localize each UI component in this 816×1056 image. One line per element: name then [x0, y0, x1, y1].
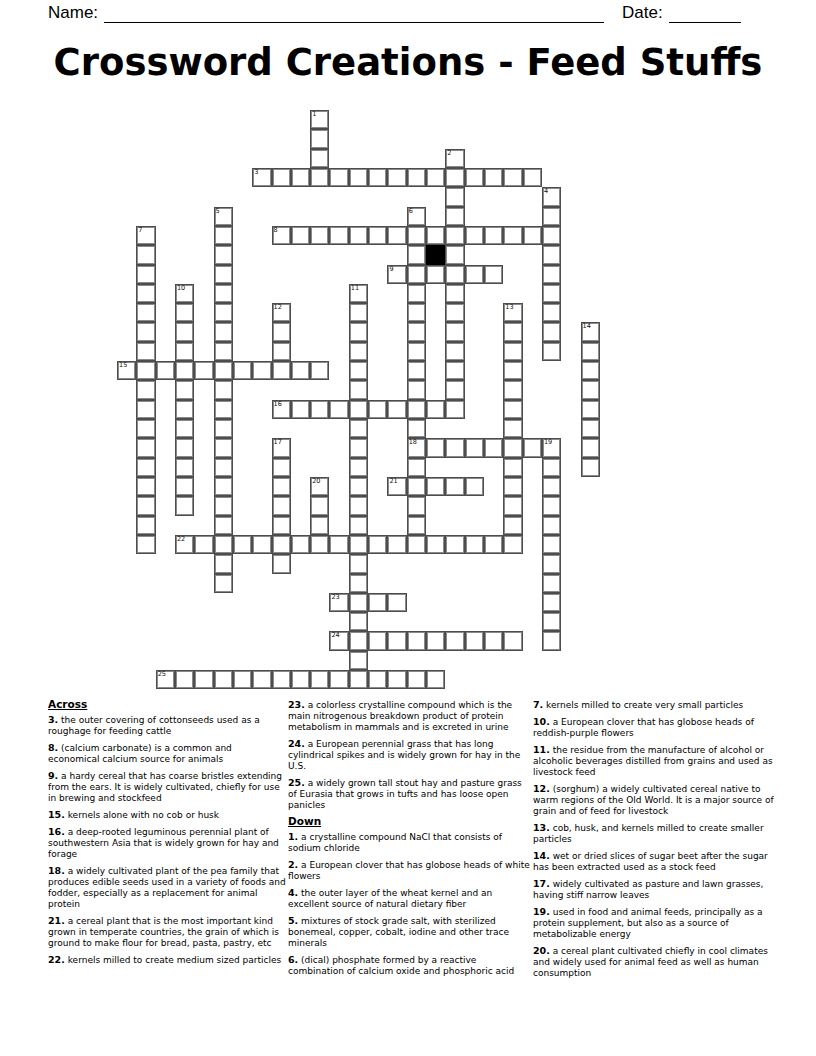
grid-cell-r25c14[interactable] — [387, 593, 406, 612]
grid-cell-r19c3[interactable] — [175, 477, 194, 496]
grid-cell-r16c24[interactable] — [581, 419, 600, 438]
grid-cell-r3c12[interactable] — [349, 168, 368, 187]
grid-cell-r23c22[interactable] — [542, 554, 561, 573]
grid-cell-r17c17[interactable] — [445, 438, 464, 457]
cell-number-5: 5 — [216, 208, 220, 215]
grid-cell-r5c5[interactable]: 5 — [214, 207, 233, 226]
grid-cell-r18c12[interactable] — [349, 458, 368, 477]
grid-cell-r29c9[interactable] — [291, 670, 310, 689]
grid-cell-r15c14[interactable] — [387, 400, 406, 419]
grid-cell-r6c13[interactable] — [368, 226, 387, 245]
grid-cell-r21c1[interactable] — [136, 516, 155, 535]
grid-cell-r17c18[interactable] — [465, 438, 484, 457]
grid-cell-r13c15[interactable] — [407, 361, 426, 380]
grid-cell-r12c8[interactable] — [272, 342, 291, 361]
grid-cell-r27c15[interactable] — [407, 631, 426, 650]
grid-cell-r19c12[interactable] — [349, 477, 368, 496]
grid-cell-r27c13[interactable] — [368, 631, 387, 650]
grid-cell-r28c12[interactable] — [349, 651, 368, 670]
grid-cell-r12c12[interactable] — [349, 342, 368, 361]
grid-cell-r21c22[interactable] — [542, 516, 561, 535]
grid-cell-r2c10[interactable] — [310, 149, 329, 168]
grid-cell-r16c3[interactable] — [175, 419, 194, 438]
grid-cell-r17c20[interactable] — [503, 438, 522, 457]
grid-cell-r1c10[interactable] — [310, 129, 329, 148]
grid-cell-r8c22[interactable] — [542, 265, 561, 284]
grid-cell-r29c3[interactable] — [175, 670, 194, 689]
grid-cell-r12c15[interactable] — [407, 342, 426, 361]
grid-cell-r4c17[interactable] — [445, 187, 464, 206]
grid-cell-r19c1[interactable] — [136, 477, 155, 496]
grid-cell-r16c1[interactable] — [136, 419, 155, 438]
grid-cell-r22c18[interactable] — [465, 535, 484, 554]
grid-cell-r29c10[interactable] — [310, 670, 329, 689]
cell-number-18: 18 — [409, 439, 417, 446]
grid-cell-r6c8[interactable]: 8 — [272, 226, 291, 245]
grid-cell-r17c19[interactable] — [484, 438, 503, 457]
grid-cell-r27c18[interactable] — [465, 631, 484, 650]
grid-cell-r11c15[interactable] — [407, 322, 426, 341]
grid-cell-r10c5[interactable] — [214, 303, 233, 322]
grid-cell-r23c12[interactable] — [349, 554, 368, 573]
grid-cell-r25c12[interactable] — [349, 593, 368, 612]
grid-cell-r15c24[interactable] — [581, 400, 600, 419]
grid-cell-r27c12[interactable] — [349, 631, 368, 650]
grid-cell-r7c1[interactable] — [136, 245, 155, 264]
grid-cell-r24c22[interactable] — [542, 574, 561, 593]
grid-cell-r13c10[interactable] — [310, 361, 329, 380]
name-label: Name: — [48, 3, 98, 23]
clue-across-8: 8. (calcium carbonate) is a common and e… — [48, 742, 286, 765]
grid-cell-r27c22[interactable] — [542, 631, 561, 650]
grid-cell-r17c15[interactable]: 18 — [407, 438, 426, 457]
grid-cell-r22c19[interactable] — [484, 535, 503, 554]
grid-cell-r3c14[interactable] — [387, 168, 406, 187]
grid-cell-r8c16[interactable] — [426, 265, 445, 284]
grid-cell-r18c20[interactable] — [503, 458, 522, 477]
grid-cell-r21c15[interactable] — [407, 516, 426, 535]
grid-cell-r8c17[interactable] — [445, 265, 464, 284]
grid-cell-r14c5[interactable] — [214, 380, 233, 399]
grid-cell-r22c8[interactable] — [272, 535, 291, 554]
grid-cell-r22c6[interactable] — [233, 535, 252, 554]
grid-cell-r23c8[interactable] — [272, 554, 291, 573]
grid-cell-r17c3[interactable] — [175, 438, 194, 457]
clue-down-20: 20. a cereal plant cultivated chiefly in… — [533, 945, 778, 979]
cell-number-16: 16 — [274, 401, 282, 408]
grid-cell-r6c9[interactable] — [291, 226, 310, 245]
grid-cell-r25c11[interactable]: 23 — [329, 593, 348, 612]
grid-cell-r22c10[interactable] — [310, 535, 329, 554]
grid-cell-r19c15[interactable] — [407, 477, 426, 496]
grid-cell-r14c24[interactable] — [581, 380, 600, 399]
grid-cell-r16c12[interactable] — [349, 419, 368, 438]
grid-cell-r6c19[interactable] — [484, 226, 503, 245]
grid-cell-r12c20[interactable] — [503, 342, 522, 361]
cell-number-6: 6 — [409, 208, 413, 215]
cell-number-1: 1 — [312, 111, 316, 118]
grid-cell-r18c15[interactable] — [407, 458, 426, 477]
grid-cell-r14c3[interactable] — [175, 380, 194, 399]
grid-cell-r10c8[interactable]: 12 — [272, 303, 291, 322]
grid-cell-r13c9[interactable] — [291, 361, 310, 380]
grid-cell-r5c17[interactable] — [445, 207, 464, 226]
grid-cell-r11c8[interactable] — [272, 322, 291, 341]
grid-cell-r14c20[interactable] — [503, 380, 522, 399]
grid-cell-r22c20[interactable] — [503, 535, 522, 554]
grid-cell-r4c22[interactable]: 4 — [542, 187, 561, 206]
grid-cell-r29c8[interactable] — [272, 670, 291, 689]
grid-cell-r10c17[interactable] — [445, 303, 464, 322]
grid-cell-r7c15[interactable] — [407, 245, 426, 264]
clue-down-5: 5. mixtures of stock grade salt, with st… — [288, 915, 530, 949]
grid-cell-r29c7[interactable] — [252, 670, 271, 689]
grid-cell-r6c21[interactable] — [523, 226, 542, 245]
grid-cell-r14c17[interactable] — [445, 380, 464, 399]
grid-cell-r21c5[interactable] — [214, 516, 233, 535]
grid-cell-r13c5[interactable] — [214, 361, 233, 380]
grid-cell-r19c22[interactable] — [542, 477, 561, 496]
grid-cell-r27c19[interactable] — [484, 631, 503, 650]
grid-cell-r19c5[interactable] — [214, 477, 233, 496]
grid-cell-r22c3[interactable]: 22 — [175, 535, 194, 554]
grid-cell-r8c18[interactable] — [465, 265, 484, 284]
grid-cell-r15c1[interactable] — [136, 400, 155, 419]
grid-cell-r14c12[interactable] — [349, 380, 368, 399]
grid-cell-r18c8[interactable] — [272, 458, 291, 477]
grid-cell-r29c16[interactable] — [426, 670, 445, 689]
grid-cell-r25c13[interactable] — [368, 593, 387, 612]
grid-cell-r27c14[interactable] — [387, 631, 406, 650]
grid-cell-r5c15[interactable]: 6 — [407, 207, 426, 226]
grid-cell-r22c16[interactable] — [426, 535, 445, 554]
grid-cell-r13c8[interactable] — [272, 361, 291, 380]
grid-cell-r12c3[interactable] — [175, 342, 194, 361]
grid-cell-r19c20[interactable] — [503, 477, 522, 496]
grid-cell-r6c18[interactable] — [465, 226, 484, 245]
grid-cell-r3c16[interactable] — [426, 168, 445, 187]
grid-cell-r13c1[interactable] — [136, 361, 155, 380]
grid-cell-r29c4[interactable] — [194, 670, 213, 689]
grid-cell-r25c22[interactable] — [542, 593, 561, 612]
grid-cell-r27c16[interactable] — [426, 631, 445, 650]
grid-cell-r29c13[interactable] — [368, 670, 387, 689]
clue-across-9: 9. a hardy cereal that has coarse bristl… — [48, 770, 286, 804]
grid-cell-r6c12[interactable] — [349, 226, 368, 245]
grid-cell-r16c15[interactable] — [407, 419, 426, 438]
grid-cell-r10c12[interactable] — [349, 303, 368, 322]
grid-cell-r10c15[interactable] — [407, 303, 426, 322]
grid-cell-r22c17[interactable] — [445, 535, 464, 554]
grid-cell-r20c12[interactable] — [349, 496, 368, 515]
grid-cell-r14c15[interactable] — [407, 380, 426, 399]
grid-cell-r11c5[interactable] — [214, 322, 233, 341]
grid-cell-r5c22[interactable] — [542, 207, 561, 226]
grid-cell-r6c15[interactable] — [407, 226, 426, 245]
grid-cell-r7c17[interactable] — [445, 245, 464, 264]
date-label: Date: — [622, 3, 663, 23]
grid-cell-r19c16[interactable] — [426, 477, 445, 496]
grid-cell-r6c16[interactable] — [426, 226, 445, 245]
grid-cell-r11c1[interactable] — [136, 322, 155, 341]
grid-cell-r15c9[interactable] — [291, 400, 310, 419]
date-input-line[interactable] — [669, 4, 741, 23]
grid-cell-r15c17[interactable] — [445, 400, 464, 419]
grid-cell-r9c3[interactable]: 10 — [175, 284, 194, 303]
grid-cell-r8c15[interactable] — [407, 265, 426, 284]
grid-cell-r15c8[interactable]: 16 — [272, 400, 291, 419]
grid-cell-r27c17[interactable] — [445, 631, 464, 650]
cell-number-23: 23 — [331, 594, 339, 601]
grid-cell-r23c5[interactable] — [214, 554, 233, 573]
black-cell — [426, 245, 445, 264]
cell-number-3: 3 — [254, 169, 258, 176]
grid-cell-r22c5[interactable] — [214, 535, 233, 554]
grid-cell-r20c20[interactable] — [503, 496, 522, 515]
crossword-grid: 1234567891011121314151617181920212223242… — [117, 110, 600, 690]
grid-cell-r17c1[interactable] — [136, 438, 155, 457]
grid-cell-r22c14[interactable] — [387, 535, 406, 554]
grid-cell-r10c1[interactable] — [136, 303, 155, 322]
grid-cell-r6c5[interactable] — [214, 226, 233, 245]
grid-cell-r21c12[interactable] — [349, 516, 368, 535]
grid-cell-r27c11[interactable]: 24 — [329, 631, 348, 650]
grid-cell-r6c10[interactable] — [310, 226, 329, 245]
grid-cell-r16c20[interactable] — [503, 419, 522, 438]
clue-down-4: 4. the outer layer of the wheat kernel a… — [288, 887, 530, 910]
clue-down-2: 2. a European clover that has globose he… — [288, 859, 530, 882]
grid-cell-r7c5[interactable] — [214, 245, 233, 264]
grid-cell-r17c22[interactable]: 19 — [542, 438, 561, 457]
grid-cell-r11c12[interactable] — [349, 322, 368, 341]
grid-cell-r3c17[interactable] — [445, 168, 464, 187]
grid-cell-r20c5[interactable] — [214, 496, 233, 515]
cell-number-4: 4 — [544, 188, 548, 195]
grid-cell-r17c12[interactable] — [349, 438, 368, 457]
grid-cell-r21c10[interactable] — [310, 516, 329, 535]
grid-cell-r6c14[interactable] — [387, 226, 406, 245]
grid-cell-r12c17[interactable] — [445, 342, 464, 361]
cell-number-19: 19 — [544, 439, 552, 446]
grid-cell-r15c5[interactable] — [214, 400, 233, 419]
grid-cell-r3c21[interactable] — [523, 168, 542, 187]
clue-down-10: 10. a European clover that has globose h… — [533, 716, 778, 739]
grid-cell-r29c2[interactable]: 25 — [156, 670, 175, 689]
cell-number-7: 7 — [138, 227, 142, 234]
grid-cell-r13c24[interactable] — [581, 361, 600, 380]
grid-cell-r13c4[interactable] — [194, 361, 213, 380]
cell-number-11: 11 — [351, 285, 359, 292]
grid-cell-r20c8[interactable] — [272, 496, 291, 515]
grid-cell-r3c8[interactable] — [272, 168, 291, 187]
grid-cell-r22c15[interactable] — [407, 535, 426, 554]
grid-cell-r8c19[interactable] — [484, 265, 503, 284]
grid-cell-r10c20[interactable]: 13 — [503, 303, 522, 322]
grid-cell-r20c3[interactable] — [175, 496, 194, 515]
grid-cell-r29c14[interactable] — [387, 670, 406, 689]
grid-cell-r15c11[interactable] — [329, 400, 348, 419]
clue-down-14: 14. wet or dried slices of sugar beet af… — [533, 850, 778, 873]
grid-cell-r8c1[interactable] — [136, 265, 155, 284]
grid-cell-r11c22[interactable] — [542, 322, 561, 341]
grid-cell-r2c17[interactable]: 2 — [445, 149, 464, 168]
grid-cell-r15c16[interactable] — [426, 400, 445, 419]
grid-cell-r27c20[interactable] — [503, 631, 522, 650]
grid-cell-r12c5[interactable] — [214, 342, 233, 361]
grid-cell-r18c22[interactable] — [542, 458, 561, 477]
grid-cell-r15c13[interactable] — [368, 400, 387, 419]
grid-cell-r29c11[interactable] — [329, 670, 348, 689]
grid-cell-r11c20[interactable] — [503, 322, 522, 341]
grid-cell-r9c1[interactable] — [136, 284, 155, 303]
down-header: Down — [288, 816, 530, 827]
grid-cell-r13c3[interactable] — [175, 361, 194, 380]
cell-number-25: 25 — [158, 671, 166, 678]
grid-cell-r29c12[interactable] — [349, 670, 368, 689]
grid-cell-r26c22[interactable] — [542, 612, 561, 631]
grid-cell-r12c1[interactable] — [136, 342, 155, 361]
grid-cell-r14c1[interactable] — [136, 380, 155, 399]
grid-cell-r6c1[interactable]: 7 — [136, 226, 155, 245]
grid-cell-r10c3[interactable] — [175, 303, 194, 322]
grid-cell-r20c10[interactable] — [310, 496, 329, 515]
grid-cell-r3c19[interactable] — [484, 168, 503, 187]
clue-column-right: 7. kernels milled to create very small p… — [533, 699, 778, 984]
grid-cell-r9c15[interactable] — [407, 284, 426, 303]
grid-cell-r9c17[interactable] — [445, 284, 464, 303]
grid-cell-r24c5[interactable] — [214, 574, 233, 593]
grid-cell-r20c15[interactable] — [407, 496, 426, 515]
grid-cell-r15c3[interactable] — [175, 400, 194, 419]
grid-cell-r17c8[interactable]: 17 — [272, 438, 291, 457]
cell-number-24: 24 — [331, 632, 339, 639]
grid-cell-r16c5[interactable] — [214, 419, 233, 438]
grid-cell-r11c3[interactable] — [175, 322, 194, 341]
clue-down-17: 17. widely cultivated as pasture and law… — [533, 878, 778, 901]
grid-cell-r9c5[interactable] — [214, 284, 233, 303]
grid-cell-r21c20[interactable] — [503, 516, 522, 535]
grid-cell-r19c17[interactable] — [445, 477, 464, 496]
grid-cell-r8c14[interactable]: 9 — [387, 265, 406, 284]
grid-cell-r3c18[interactable] — [465, 168, 484, 187]
grid-cell-r13c6[interactable] — [233, 361, 252, 380]
grid-cell-r13c2[interactable] — [156, 361, 175, 380]
grid-cell-r0c10[interactable]: 1 — [310, 110, 329, 129]
cell-number-22: 22 — [177, 536, 185, 543]
grid-cell-r13c20[interactable] — [503, 361, 522, 380]
grid-cell-r18c5[interactable] — [214, 458, 233, 477]
name-input-line[interactable] — [104, 4, 604, 23]
grid-cell-r17c21[interactable] — [523, 438, 542, 457]
grid-cell-r20c22[interactable] — [542, 496, 561, 515]
cell-number-15: 15 — [119, 362, 127, 369]
clue-across-22: 22. kernels milled to create medium size… — [48, 954, 286, 966]
grid-cell-r3c9[interactable] — [291, 168, 310, 187]
clue-across-23: 23. a colorless crystalline compound whi… — [288, 699, 530, 733]
grid-cell-r3c7[interactable]: 3 — [252, 168, 271, 187]
grid-cell-r7c22[interactable] — [542, 245, 561, 264]
grid-cell-r29c6[interactable] — [233, 670, 252, 689]
grid-cell-r18c24[interactable] — [581, 458, 600, 477]
grid-cell-r9c22[interactable] — [542, 284, 561, 303]
cell-number-10: 10 — [177, 285, 185, 292]
clue-across-21: 21. a cereal plant that is the most impo… — [48, 915, 286, 949]
grid-cell-r13c0[interactable]: 15 — [117, 361, 136, 380]
grid-cell-r29c15[interactable] — [407, 670, 426, 689]
cell-number-2: 2 — [447, 150, 451, 157]
grid-cell-r22c1[interactable] — [136, 535, 155, 554]
grid-cell-r10c22[interactable] — [542, 303, 561, 322]
grid-cell-r22c13[interactable] — [368, 535, 387, 554]
across-header: Across — [48, 699, 286, 710]
header-row: Name:Date: — [48, 3, 768, 25]
grid-cell-r12c22[interactable] — [542, 342, 561, 361]
grid-cell-r17c5[interactable] — [214, 438, 233, 457]
grid-cell-r15c12[interactable] — [349, 400, 368, 419]
grid-cell-r17c16[interactable] — [426, 438, 445, 457]
grid-cell-r13c12[interactable] — [349, 361, 368, 380]
clue-across-25: 25. a widely grown tall stout hay and pa… — [288, 777, 530, 811]
grid-cell-r13c7[interactable] — [252, 361, 271, 380]
grid-cell-r22c7[interactable] — [252, 535, 271, 554]
grid-cell-r3c11[interactable] — [329, 168, 348, 187]
grid-cell-r3c20[interactable] — [503, 168, 522, 187]
grid-cell-r26c12[interactable] — [349, 612, 368, 631]
grid-cell-r11c24[interactable]: 14 — [581, 322, 600, 341]
grid-cell-r29c5[interactable] — [214, 670, 233, 689]
grid-cell-r19c14[interactable]: 21 — [387, 477, 406, 496]
grid-cell-r15c15[interactable] — [407, 400, 426, 419]
grid-cell-r6c22[interactable] — [542, 226, 561, 245]
clue-down-19: 19. used in food and animal feeds, princ… — [533, 906, 778, 940]
grid-cell-r12c24[interactable] — [581, 342, 600, 361]
cell-number-17: 17 — [274, 439, 282, 446]
clue-across-16: 16. a deep-rooted leguminous perennial p… — [48, 826, 286, 860]
grid-cell-r21c8[interactable] — [272, 516, 291, 535]
clue-down-7: 7. kernels milled to create very small p… — [533, 699, 778, 711]
grid-cell-r3c10[interactable] — [310, 168, 329, 187]
grid-cell-r22c11[interactable] — [329, 535, 348, 554]
grid-cell-r22c12[interactable] — [349, 535, 368, 554]
grid-cell-r18c1[interactable] — [136, 458, 155, 477]
grid-cell-r19c10[interactable]: 20 — [310, 477, 329, 496]
grid-cell-r13c17[interactable] — [445, 361, 464, 380]
grid-cell-r11c17[interactable] — [445, 322, 464, 341]
grid-cell-r18c3[interactable] — [175, 458, 194, 477]
grid-cell-r19c18[interactable] — [465, 477, 484, 496]
grid-cell-r6c20[interactable] — [503, 226, 522, 245]
grid-cell-r24c12[interactable] — [349, 574, 368, 593]
clue-across-24: 24. a European perennial grass that has … — [288, 738, 530, 772]
cell-number-21: 21 — [389, 478, 397, 485]
grid-cell-r6c11[interactable] — [329, 226, 348, 245]
grid-cell-r22c22[interactable] — [542, 535, 561, 554]
grid-cell-r15c20[interactable] — [503, 400, 522, 419]
grid-cell-r22c4[interactable] — [194, 535, 213, 554]
grid-cell-r15c10[interactable] — [310, 400, 329, 419]
grid-cell-r3c13[interactable] — [368, 168, 387, 187]
grid-cell-r17c24[interactable] — [581, 438, 600, 457]
grid-cell-r9c12[interactable]: 11 — [349, 284, 368, 303]
grid-cell-r8c5[interactable] — [214, 265, 233, 284]
grid-cell-r6c17[interactable] — [445, 226, 464, 245]
cell-number-14: 14 — [583, 323, 591, 330]
grid-cell-r3c15[interactable] — [407, 168, 426, 187]
grid-cell-r22c9[interactable] — [291, 535, 310, 554]
grid-cell-r19c8[interactable] — [272, 477, 291, 496]
grid-cell-r20c1[interactable] — [136, 496, 155, 515]
page-title: Crossword Creations - Feed Stuffs — [0, 41, 816, 84]
